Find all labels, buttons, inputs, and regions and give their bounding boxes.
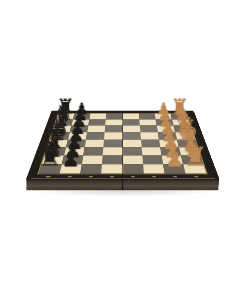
square-b4 [123,119,140,125]
square-e5 [104,140,123,148]
scene: ♜♟♟♜♞♟♟♞♝♟♟♝♛♟♟♛♚♟♟♚♝♟♟♝♞♟♟♞♜♟♟♜ [41,58,204,221]
square-h4 [123,164,144,173]
square-a5 [106,114,122,120]
square-h1: ♜ [183,164,206,173]
square-g5 [102,155,122,164]
piece-black-rook: ♜ [24,144,77,170]
square-a4 [123,114,139,120]
square-g4 [123,155,143,164]
square-e4 [123,140,142,148]
square-f5 [103,147,122,155]
chess-board: ♜♟♟♜♞♟♟♞♝♟♟♝♛♟♟♛♚♟♟♚♝♟♟♝♞♟♟♞♜♟♟♜ [26,111,218,179]
chess-set-product-photo: ♜♟♟♜♞♟♟♞♝♟♟♝♛♟♟♛♚♟♟♚♝♟♟♝♞♟♟♞♜♟♟♜ [0,0,225,300]
piece-white-rook: ♜ [169,144,222,170]
square-d5 [104,132,122,139]
square-b5 [106,119,123,125]
square-c4 [123,126,141,133]
square-c5 [105,126,123,133]
square-h5 [102,164,123,173]
square-d4 [123,132,141,139]
front-edge-seam [122,179,123,190]
square-h8: ♜ [39,164,62,173]
square-f4 [123,147,142,155]
board-fold-seam [122,111,123,179]
board-front-edge [26,179,218,190]
